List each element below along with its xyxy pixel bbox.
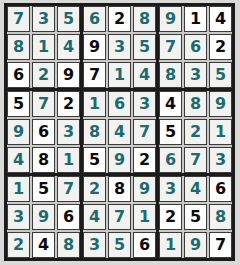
sudoku-box-4: 572963481 xyxy=(7,91,80,173)
cell-r5c4[interactable]: 8 xyxy=(83,119,106,145)
cell-r5c1[interactable]: 9 xyxy=(7,119,30,145)
cell-r3c6[interactable]: 4 xyxy=(133,62,156,88)
cell-r8c1[interactable]: 3 xyxy=(7,204,30,230)
cell-r4c1[interactable]: 5 xyxy=(7,91,30,117)
cell-r7c2[interactable]: 5 xyxy=(32,176,55,202)
sudoku-box-6: 489521673 xyxy=(159,91,232,173)
cell-r7c6[interactable]: 9 xyxy=(133,176,156,202)
cell-r3c4[interactable]: 7 xyxy=(83,62,106,88)
cell-r2c7[interactable]: 7 xyxy=(159,34,182,60)
cell-r5c5[interactable]: 4 xyxy=(108,119,131,145)
cell-r2c1[interactable]: 8 xyxy=(7,34,30,60)
cell-r7c1[interactable]: 1 xyxy=(7,176,30,202)
cell-r6c4[interactable]: 5 xyxy=(83,147,106,173)
cell-r4c3[interactable]: 2 xyxy=(57,91,80,117)
cell-r6c2[interactable]: 8 xyxy=(32,147,55,173)
cell-r2c8[interactable]: 6 xyxy=(184,34,207,60)
cell-r8c2[interactable]: 9 xyxy=(32,204,55,230)
cell-r3c8[interactable]: 3 xyxy=(184,62,207,88)
cell-r1c1[interactable]: 7 xyxy=(7,6,30,32)
cell-r3c2[interactable]: 2 xyxy=(32,62,55,88)
cell-r1c5[interactable]: 2 xyxy=(108,6,131,32)
cell-r8c5[interactable]: 7 xyxy=(108,204,131,230)
cell-r5c9[interactable]: 1 xyxy=(209,119,232,145)
cell-r4c6[interactable]: 3 xyxy=(133,91,156,117)
cell-r9c4[interactable]: 3 xyxy=(83,232,106,258)
cell-r2c9[interactable]: 2 xyxy=(209,34,232,60)
cell-r3c9[interactable]: 5 xyxy=(209,62,232,88)
cell-r8c7[interactable]: 2 xyxy=(159,204,182,230)
cell-r3c3[interactable]: 9 xyxy=(57,62,80,88)
cell-r2c4[interactable]: 9 xyxy=(83,34,106,60)
cell-r4c7[interactable]: 4 xyxy=(159,91,182,117)
cell-r7c3[interactable]: 7 xyxy=(57,176,80,202)
cell-r6c6[interactable]: 2 xyxy=(133,147,156,173)
cell-r3c1[interactable]: 6 xyxy=(7,62,30,88)
cell-r7c5[interactable]: 8 xyxy=(108,176,131,202)
cell-r4c9[interactable]: 9 xyxy=(209,91,232,117)
cell-r4c8[interactable]: 8 xyxy=(184,91,207,117)
cell-r5c8[interactable]: 2 xyxy=(184,119,207,145)
cell-r6c9[interactable]: 3 xyxy=(209,147,232,173)
cell-r2c3[interactable]: 4 xyxy=(57,34,80,60)
cell-r7c7[interactable]: 3 xyxy=(159,176,182,202)
cell-r7c4[interactable]: 2 xyxy=(83,176,106,202)
cell-r6c3[interactable]: 1 xyxy=(57,147,80,173)
sudoku-box-8: 289471356 xyxy=(83,176,156,258)
cell-r9c2[interactable]: 4 xyxy=(32,232,55,258)
cell-r2c6[interactable]: 5 xyxy=(133,34,156,60)
cell-r9c7[interactable]: 1 xyxy=(159,232,182,258)
cell-r6c8[interactable]: 7 xyxy=(184,147,207,173)
cell-r8c6[interactable]: 1 xyxy=(133,204,156,230)
cell-r2c5[interactable]: 3 xyxy=(108,34,131,60)
sudoku-box-5: 163847592 xyxy=(83,91,156,173)
sudoku-board: 7358146296289357149147628355729634811638… xyxy=(4,3,235,261)
cell-r7c9[interactable]: 6 xyxy=(209,176,232,202)
cell-r9c1[interactable]: 2 xyxy=(7,232,30,258)
cell-r4c2[interactable]: 7 xyxy=(32,91,55,117)
cell-r5c3[interactable]: 3 xyxy=(57,119,80,145)
sudoku-box-1: 735814629 xyxy=(7,6,80,88)
cell-r9c9[interactable]: 7 xyxy=(209,232,232,258)
cell-r9c6[interactable]: 6 xyxy=(133,232,156,258)
cell-r8c8[interactable]: 5 xyxy=(184,204,207,230)
cell-r7c8[interactable]: 4 xyxy=(184,176,207,202)
cell-r4c5[interactable]: 6 xyxy=(108,91,131,117)
cell-r1c4[interactable]: 6 xyxy=(83,6,106,32)
cell-r1c9[interactable]: 4 xyxy=(209,6,232,32)
cell-r3c7[interactable]: 8 xyxy=(159,62,182,88)
cell-r4c4[interactable]: 1 xyxy=(83,91,106,117)
cell-r6c7[interactable]: 6 xyxy=(159,147,182,173)
cell-r1c8[interactable]: 1 xyxy=(184,6,207,32)
cell-r9c8[interactable]: 9 xyxy=(184,232,207,258)
cell-r6c5[interactable]: 9 xyxy=(108,147,131,173)
sudoku-page: 7358146296289357149147628355729634811638… xyxy=(0,0,240,265)
cell-r1c2[interactable]: 3 xyxy=(32,6,55,32)
cell-r8c4[interactable]: 4 xyxy=(83,204,106,230)
cell-r3c5[interactable]: 1 xyxy=(108,62,131,88)
cell-r8c3[interactable]: 6 xyxy=(57,204,80,230)
cell-r1c3[interactable]: 5 xyxy=(57,6,80,32)
cell-r5c6[interactable]: 7 xyxy=(133,119,156,145)
cell-r5c2[interactable]: 6 xyxy=(32,119,55,145)
cell-r5c7[interactable]: 5 xyxy=(159,119,182,145)
sudoku-box-2: 628935714 xyxy=(83,6,156,88)
cell-r9c3[interactable]: 8 xyxy=(57,232,80,258)
cell-r9c5[interactable]: 5 xyxy=(108,232,131,258)
cell-r1c7[interactable]: 9 xyxy=(159,6,182,32)
cell-r2c2[interactable]: 1 xyxy=(32,34,55,60)
sudoku-box-3: 914762835 xyxy=(159,6,232,88)
cell-r1c6[interactable]: 8 xyxy=(133,6,156,32)
cell-r6c1[interactable]: 4 xyxy=(7,147,30,173)
cell-r8c9[interactable]: 8 xyxy=(209,204,232,230)
sudoku-box-9: 346258197 xyxy=(159,176,232,258)
sudoku-box-7: 157396248 xyxy=(7,176,80,258)
